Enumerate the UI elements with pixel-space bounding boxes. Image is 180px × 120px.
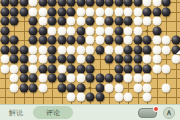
black-stone: [95, 45, 104, 54]
white-stone: [76, 55, 85, 64]
white-stone: [171, 55, 180, 64]
black-stone: [19, 55, 28, 64]
black-stone: [10, 7, 19, 16]
black-stone: [0, 45, 9, 54]
white-stone: [124, 74, 133, 83]
white-stone: [67, 17, 76, 26]
white-stone: [29, 7, 38, 16]
white-stone: [38, 7, 47, 16]
white-stone: [133, 17, 142, 26]
white-stone: [67, 93, 76, 102]
black-stone: [67, 36, 76, 45]
black-stone: [124, 45, 133, 54]
white-stone: [152, 36, 161, 45]
black-stone: [19, 64, 28, 73]
white-stone: [38, 17, 47, 26]
black-stone: [76, 36, 85, 45]
go-board[interactable]: [0, 0, 180, 120]
black-stone: [124, 0, 133, 7]
black-stone: [105, 74, 114, 83]
white-stone: [38, 45, 47, 54]
black-stone: [19, 45, 28, 54]
black-stone: [114, 74, 123, 83]
black-stone: [86, 17, 95, 26]
white-stone: [143, 55, 152, 64]
white-stone: [95, 7, 104, 16]
white-stone: [10, 64, 19, 73]
black-stone: [67, 7, 76, 16]
white-stone: [38, 55, 47, 64]
black-stone: [114, 36, 123, 45]
white-stone: [0, 55, 9, 64]
white-stone: [38, 83, 47, 92]
black-stone: [133, 64, 142, 73]
white-stone: [143, 83, 152, 92]
black-stone: [95, 93, 104, 102]
white-stone: [57, 45, 66, 54]
black-stone: [29, 74, 38, 83]
last-move-marker: [176, 50, 180, 54]
white-stone: [143, 93, 152, 102]
black-stone: [162, 0, 171, 7]
black-stone: [95, 83, 104, 92]
black-stone: [105, 36, 114, 45]
black-stone: [114, 55, 123, 64]
white-stone: [114, 93, 123, 102]
notification-badge: [153, 106, 159, 112]
white-stone: [95, 17, 104, 26]
white-stone: [152, 0, 161, 7]
black-stone: [29, 36, 38, 45]
black-stone: [133, 55, 142, 64]
white-stone: [162, 45, 171, 54]
white-stone: [162, 36, 171, 45]
white-stone: [0, 64, 9, 73]
black-stone: [152, 26, 161, 35]
white-stone: [95, 26, 104, 35]
white-stone: [86, 26, 95, 35]
white-stone: [76, 45, 85, 54]
black-stone: [10, 36, 19, 45]
black-stone: [10, 45, 19, 54]
white-stone: [29, 64, 38, 73]
black-stone: [76, 64, 85, 73]
black-stone: [67, 0, 76, 7]
collapse-chevron-icon[interactable]: ∧: [163, 107, 175, 119]
white-stone: [143, 17, 152, 26]
bottom-bar: 解说 评论 ∧: [0, 104, 180, 120]
black-stone: [57, 36, 66, 45]
white-stone: [114, 7, 123, 16]
white-stone: [29, 55, 38, 64]
black-stone: [10, 0, 19, 7]
black-stone: [29, 26, 38, 35]
white-stone: [95, 36, 104, 45]
white-stone: [124, 7, 133, 16]
black-stone: [48, 45, 57, 54]
black-stone: [95, 0, 104, 7]
black-stone: [143, 7, 152, 16]
white-stone: [76, 7, 85, 16]
go-app-screen: 解说 评论 ∧: [0, 0, 180, 120]
black-stone: [48, 7, 57, 16]
black-stone: [67, 55, 76, 64]
black-stone: [124, 64, 133, 73]
white-stone: [10, 83, 19, 92]
white-stone: [152, 55, 161, 64]
black-stone: [105, 55, 114, 64]
black-stone: [0, 0, 9, 7]
black-stone: [67, 64, 76, 73]
black-stone: [105, 0, 114, 7]
barrage-pill-icon[interactable]: [138, 108, 157, 118]
black-stone: [143, 36, 152, 45]
black-stone: [143, 64, 152, 73]
black-stone: [57, 7, 66, 16]
black-stone: [114, 64, 123, 73]
star-point: [89, 86, 92, 89]
black-stone: [67, 83, 76, 92]
white-stone: [114, 83, 123, 92]
white-stone: [133, 83, 142, 92]
black-stone: [86, 55, 95, 64]
black-stone: [57, 17, 66, 26]
black-stone: [162, 7, 171, 16]
white-stone: [105, 83, 114, 92]
white-stone: [105, 7, 114, 16]
black-stone: [86, 64, 95, 73]
black-stone: [0, 36, 9, 45]
white-stone: [124, 26, 133, 35]
white-stone: [162, 64, 171, 73]
black-stone: [38, 36, 47, 45]
black-stone: [0, 7, 9, 16]
comments-tab-button[interactable]: 评论: [33, 106, 73, 119]
black-stone: [57, 74, 66, 83]
white-stone: [48, 26, 57, 35]
black-stone: [48, 36, 57, 45]
black-stone: [48, 0, 57, 7]
white-stone: [143, 0, 152, 7]
black-stone: [133, 36, 142, 45]
black-stone: [86, 74, 95, 83]
black-stone: [95, 74, 104, 83]
black-stone: [57, 55, 66, 64]
black-stone: [10, 17, 19, 26]
white-stone: [124, 93, 133, 102]
black-stone: [114, 0, 123, 7]
white-stone: [162, 83, 171, 92]
black-stone: [0, 17, 9, 26]
black-stone: [105, 17, 114, 26]
white-stone: [76, 17, 85, 26]
star-point: [146, 29, 149, 32]
black-stone: [114, 17, 123, 26]
black-stone: [57, 0, 66, 7]
white-stone: [124, 36, 133, 45]
white-stone: [76, 74, 85, 83]
white-stone: [105, 45, 114, 54]
black-stone: [133, 45, 142, 54]
white-stone: [10, 74, 19, 83]
black-stone: [19, 83, 28, 92]
commentary-tab[interactable]: 解说: [5, 109, 27, 116]
black-stone: [19, 0, 28, 7]
black-stone: [124, 55, 133, 64]
white-stone: [38, 74, 47, 83]
white-stone: [29, 45, 38, 54]
white-stone: [152, 17, 161, 26]
white-stone: [114, 45, 123, 54]
black-stone: [38, 0, 47, 7]
black-stone: [86, 0, 95, 7]
black-stone: [152, 7, 161, 16]
black-stone: [133, 0, 142, 7]
white-stone: [86, 45, 95, 54]
white-stone: [105, 26, 114, 35]
white-stone: [86, 36, 95, 45]
black-stone: [0, 26, 9, 35]
black-stone: [86, 93, 95, 102]
black-stone: [76, 26, 85, 35]
black-stone: [29, 83, 38, 92]
white-stone: [133, 74, 142, 83]
white-stone: [86, 7, 95, 16]
black-stone: [171, 36, 180, 45]
white-stone: [57, 64, 66, 73]
black-stone: [48, 55, 57, 64]
white-stone: [133, 7, 142, 16]
black-stone: [143, 45, 152, 54]
black-stone: [48, 64, 57, 73]
white-stone: [67, 45, 76, 54]
black-stone: [114, 26, 123, 35]
black-stone: [48, 74, 57, 83]
black-stone: [76, 0, 85, 7]
black-stone: [57, 83, 66, 92]
black-stone: [29, 17, 38, 26]
black-stone: [10, 55, 19, 64]
black-stone: [19, 74, 28, 83]
white-stone: [152, 45, 161, 54]
white-stone: [76, 93, 85, 102]
black-stone: [38, 64, 47, 73]
black-stone: [48, 17, 57, 26]
white-stone: [67, 74, 76, 83]
black-stone: [19, 7, 28, 16]
black-stone: [124, 17, 133, 26]
white-stone: [133, 26, 142, 35]
black-stone: [76, 83, 85, 92]
white-stone: [143, 74, 152, 83]
white-stone: [67, 26, 76, 35]
white-stone: [152, 64, 161, 73]
white-stone: [57, 26, 66, 35]
black-stone: [38, 26, 47, 35]
white-stone: [29, 0, 38, 7]
